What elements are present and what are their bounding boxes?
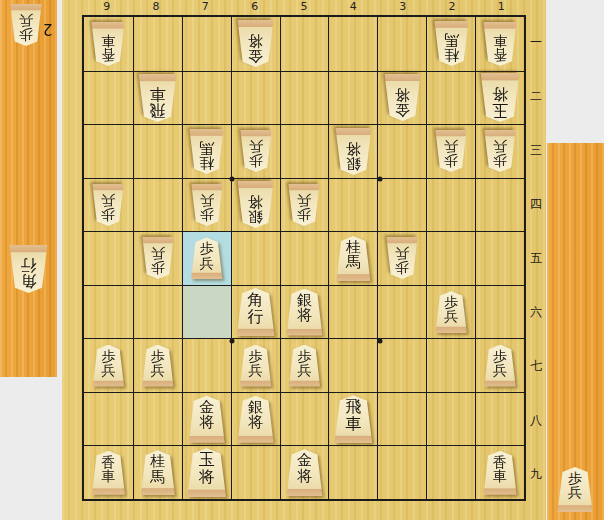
piece-kanji: 玉将 — [492, 85, 508, 118]
piece-gote-pawn-3e[interactable]: 歩兵 — [385, 237, 419, 279]
piece-face: 桂馬 — [433, 21, 470, 66]
square-6d[interactable]: 銀将 — [231, 178, 280, 232]
piece-sente-lance-9i[interactable]: 香車 — [90, 451, 126, 495]
sente-hand-pawn[interactable]: 歩兵 — [556, 467, 594, 512]
square-1c[interactable]: 歩兵 — [475, 124, 524, 178]
piece-kanji: 歩兵 — [19, 13, 33, 42]
square-4c[interactable]: 銀将 — [328, 124, 377, 178]
square-5h[interactable] — [280, 392, 329, 446]
piece-sente-bishop-6f[interactable]: 角行 — [235, 288, 276, 336]
piece-face: 香車 — [90, 451, 126, 495]
piece-kanji: 角行 — [248, 292, 264, 325]
square-3c[interactable] — [377, 124, 426, 178]
square-1a[interactable]: 香車 — [475, 17, 524, 71]
piece-face: 銀将 — [285, 289, 324, 336]
square-1b[interactable]: 玉将 — [475, 71, 524, 125]
square-3a[interactable] — [377, 17, 426, 71]
shogi-board: 987654321 一二三四五六七八九 香車金将桂馬香車飛車金将玉将桂馬歩兵銀将… — [62, 0, 546, 520]
piece-sente-pawn-2f[interactable]: 歩兵 — [434, 291, 468, 333]
piece-sente-pawn-1g[interactable]: 歩兵 — [483, 345, 517, 387]
piece-kanji: 歩兵 — [200, 193, 214, 222]
piece-face: 歩兵 — [483, 130, 517, 172]
square-7a[interactable] — [182, 17, 231, 71]
piece-kanji: 桂馬 — [199, 139, 214, 170]
square-2d[interactable] — [426, 178, 475, 232]
square-8e[interactable]: 歩兵 — [133, 231, 182, 285]
piece-face: 香車 — [90, 22, 126, 66]
square-3h[interactable] — [377, 392, 426, 446]
piece-face: 銀将 — [236, 181, 275, 228]
square-8i[interactable]: 桂馬 — [133, 445, 182, 499]
rank-label-9: 九 — [526, 447, 546, 501]
file-label-7: 7 — [181, 0, 230, 14]
piece-sente-rook-4h[interactable]: 飛車 — [333, 395, 374, 443]
piece-face: 玉将 — [479, 73, 521, 122]
piece-kanji: 香車 — [101, 33, 115, 62]
square-5d[interactable]: 歩兵 — [280, 178, 329, 232]
rank-label-2: 二 — [526, 69, 546, 123]
piece-gote-pawn-6c[interactable]: 歩兵 — [239, 130, 273, 172]
square-4e[interactable]: 桂馬 — [328, 231, 377, 285]
piece-sente-silver-6h[interactable]: 銀将 — [236, 396, 275, 443]
piece-face: 歩兵 — [91, 345, 125, 387]
square-7i[interactable]: 玉将 — [182, 445, 231, 499]
piece-sente-silver-5f[interactable]: 銀将 — [285, 289, 324, 336]
square-8h[interactable] — [133, 392, 182, 446]
piece-face: 香車 — [482, 22, 518, 66]
square-2b[interactable] — [426, 71, 475, 125]
piece-gote-pawn-5d[interactable]: 歩兵 — [287, 184, 321, 226]
square-6f[interactable]: 角行 — [231, 285, 280, 339]
piece-gote-pawn-2c[interactable]: 歩兵 — [434, 130, 468, 172]
piece-kanji: 香車 — [101, 455, 115, 484]
piece-sente-gold-5i[interactable]: 金将 — [285, 449, 324, 496]
piece-face: 香車 — [482, 451, 518, 495]
piece-kanji: 歩兵 — [151, 247, 165, 276]
star-point — [230, 339, 235, 344]
piece-sente-lance-1i[interactable]: 香車 — [482, 451, 518, 495]
piece-face: 歩兵 — [9, 4, 43, 46]
piece-gote-lance-9a[interactable]: 香車 — [90, 22, 126, 66]
rank-label-8: 八 — [526, 393, 546, 447]
square-2c[interactable]: 歩兵 — [426, 124, 475, 178]
square-7e[interactable]: 歩兵 — [182, 231, 231, 285]
square-2e[interactable] — [426, 231, 475, 285]
piece-face: 金将 — [236, 20, 275, 67]
piece-kanji: 歩兵 — [444, 140, 458, 169]
square-4a[interactable] — [328, 17, 377, 71]
square-2f[interactable]: 歩兵 — [426, 285, 475, 339]
square-6i[interactable] — [231, 445, 280, 499]
piece-face: 歩兵 — [434, 291, 468, 333]
square-9e[interactable] — [84, 231, 133, 285]
rank-label-3: 三 — [526, 123, 546, 177]
file-label-9: 9 — [82, 0, 131, 14]
square-1h[interactable] — [475, 392, 524, 446]
piece-kanji: 金将 — [297, 453, 312, 484]
piece-face: 桂馬 — [188, 129, 225, 174]
piece-face: 銀将 — [334, 128, 373, 175]
square-7b[interactable] — [182, 71, 231, 125]
square-8f[interactable] — [133, 285, 182, 339]
square-8g[interactable]: 歩兵 — [133, 338, 182, 392]
piece-face: 金将 — [187, 396, 226, 443]
piece-kanji: 歩兵 — [101, 193, 115, 222]
piece-sente-knight-8i[interactable]: 桂馬 — [139, 450, 176, 495]
piece-face: 歩兵 — [190, 237, 224, 279]
square-8c[interactable] — [133, 124, 182, 178]
piece-face: 銀将 — [236, 396, 275, 443]
piece-gote-pawn-1c[interactable]: 歩兵 — [483, 130, 517, 172]
piece-gote-silver-6d[interactable]: 銀将 — [236, 181, 275, 228]
square-2h[interactable] — [426, 392, 475, 446]
gote-hand-bishop[interactable]: 角行 — [8, 245, 49, 293]
square-5g[interactable]: 歩兵 — [280, 338, 329, 392]
piece-kanji: 飛車 — [150, 85, 166, 118]
piece-kanji: 歩兵 — [151, 349, 165, 378]
square-4h[interactable]: 飛車 — [328, 392, 377, 446]
piece-face: 桂馬 — [139, 450, 176, 495]
piece-kanji: 歩兵 — [493, 349, 507, 378]
square-4i[interactable] — [328, 445, 377, 499]
square-7h[interactable]: 金将 — [182, 392, 231, 446]
piece-kanji: 角行 — [21, 256, 37, 289]
sente-captured-stand: 歩兵 — [547, 143, 604, 520]
square-7f[interactable] — [182, 285, 231, 339]
piece-sente-gold-7h[interactable]: 金将 — [187, 396, 226, 443]
piece-face: 角行 — [8, 245, 49, 293]
file-label-1: 1 — [477, 0, 526, 14]
file-label-3: 3 — [378, 0, 427, 14]
piece-sente-pawn-7e[interactable]: 歩兵 — [190, 237, 224, 279]
piece-face: 歩兵 — [434, 130, 468, 172]
square-8d[interactable] — [133, 178, 182, 232]
square-6e[interactable] — [231, 231, 280, 285]
piece-kanji: 歩兵 — [297, 349, 311, 378]
piece-kanji: 銀将 — [248, 194, 263, 225]
piece-sente-king-7i[interactable]: 玉将 — [186, 448, 228, 497]
rank-label-7: 七 — [526, 339, 546, 393]
gote-captured-stand: 歩兵 2 角行 — [0, 0, 57, 377]
square-4b[interactable] — [328, 71, 377, 125]
square-4g[interactable] — [328, 338, 377, 392]
square-2g[interactable] — [426, 338, 475, 392]
piece-kanji: 歩兵 — [297, 193, 311, 222]
piece-gote-gold-6a[interactable]: 金将 — [236, 20, 275, 67]
piece-kanji: 歩兵 — [395, 247, 409, 276]
gote-hand-pawn[interactable]: 歩兵 — [9, 4, 43, 46]
star-point — [378, 177, 383, 182]
piece-kanji: 歩兵 — [249, 349, 263, 378]
rank-label-1: 一 — [526, 15, 546, 69]
square-9h[interactable] — [84, 392, 133, 446]
square-2i[interactable] — [426, 445, 475, 499]
piece-kanji: 香車 — [493, 33, 507, 62]
piece-face: 歩兵 — [556, 467, 594, 512]
rank-label-4: 四 — [526, 177, 546, 231]
piece-kanji: 銀将 — [346, 140, 361, 171]
square-5b[interactable] — [280, 71, 329, 125]
square-7g[interactable] — [182, 338, 231, 392]
square-7d[interactable]: 歩兵 — [182, 178, 231, 232]
square-7c[interactable]: 桂馬 — [182, 124, 231, 178]
square-3g[interactable] — [377, 338, 426, 392]
star-point — [378, 339, 383, 344]
square-9a[interactable]: 香車 — [84, 17, 133, 71]
piece-face: 金将 — [285, 449, 324, 496]
piece-gote-silver-4c[interactable]: 銀将 — [334, 128, 373, 175]
rank-labels: 一二三四五六七八九 — [526, 15, 546, 501]
piece-face: 歩兵 — [141, 345, 175, 387]
square-2a[interactable]: 桂馬 — [426, 17, 475, 71]
piece-face: 歩兵 — [385, 237, 419, 279]
square-1f[interactable] — [475, 285, 524, 339]
piece-face: 飛車 — [333, 395, 374, 443]
square-9b[interactable] — [84, 71, 133, 125]
piece-face: 歩兵 — [239, 345, 273, 387]
board-grid: 香車金将桂馬香車飛車金将玉将桂馬歩兵銀将歩兵歩兵歩兵歩兵銀将歩兵歩兵歩兵桂馬歩兵… — [82, 15, 526, 501]
piece-kanji: 歩兵 — [568, 471, 582, 500]
square-5e[interactable] — [280, 231, 329, 285]
square-9g[interactable]: 歩兵 — [84, 338, 133, 392]
piece-face: 金将 — [383, 74, 422, 121]
file-label-5: 5 — [279, 0, 328, 14]
piece-face: 角行 — [235, 288, 276, 336]
file-label-6: 6 — [230, 0, 279, 14]
square-5i[interactable]: 金将 — [280, 445, 329, 499]
square-1g[interactable]: 歩兵 — [475, 338, 524, 392]
piece-kanji: 銀将 — [297, 293, 312, 324]
square-8b[interactable]: 飛車 — [133, 71, 182, 125]
piece-sente-knight-4e[interactable]: 桂馬 — [335, 236, 372, 281]
piece-gote-pawn-7d[interactable]: 歩兵 — [190, 184, 224, 226]
piece-gote-pawn-9d[interactable]: 歩兵 — [91, 184, 125, 226]
square-1e[interactable] — [475, 231, 524, 285]
piece-kanji: 金将 — [248, 32, 263, 63]
square-5f[interactable]: 銀将 — [280, 285, 329, 339]
square-5a[interactable] — [280, 17, 329, 71]
piece-gote-knight-7c[interactable]: 桂馬 — [188, 129, 225, 174]
piece-face: 玉将 — [186, 448, 228, 497]
piece-sente-pawn-5g[interactable]: 歩兵 — [287, 345, 321, 387]
piece-face: 歩兵 — [91, 184, 125, 226]
square-6c[interactable]: 歩兵 — [231, 124, 280, 178]
star-point — [230, 177, 235, 182]
gote-hand-pawn-count: 2 — [43, 20, 53, 38]
file-labels: 987654321 — [82, 0, 526, 14]
square-9i[interactable]: 香車 — [84, 445, 133, 499]
square-5c[interactable] — [280, 124, 329, 178]
square-3b[interactable]: 金将 — [377, 71, 426, 125]
piece-kanji: 桂馬 — [346, 240, 361, 271]
piece-kanji: 桂馬 — [444, 31, 459, 62]
piece-kanji: 金将 — [395, 86, 410, 117]
piece-sente-pawn-8g[interactable]: 歩兵 — [141, 345, 175, 387]
piece-sente-pawn-9g[interactable]: 歩兵 — [91, 345, 125, 387]
piece-kanji: 桂馬 — [150, 454, 165, 485]
rank-label-5: 五 — [526, 231, 546, 285]
square-8a[interactable] — [133, 17, 182, 71]
square-3f[interactable] — [377, 285, 426, 339]
piece-kanji: 歩兵 — [444, 295, 458, 324]
piece-kanji: 歩兵 — [493, 140, 507, 169]
piece-face: 桂馬 — [335, 236, 372, 281]
file-label-8: 8 — [131, 0, 180, 14]
piece-gote-king-1b[interactable]: 玉将 — [479, 73, 521, 122]
piece-face: 歩兵 — [287, 345, 321, 387]
square-6b[interactable] — [231, 71, 280, 125]
square-3i[interactable] — [377, 445, 426, 499]
piece-face: 歩兵 — [483, 345, 517, 387]
square-3d[interactable] — [377, 178, 426, 232]
file-label-2: 2 — [427, 0, 476, 14]
piece-sente-pawn-6g[interactable]: 歩兵 — [239, 345, 273, 387]
square-4d[interactable] — [328, 178, 377, 232]
rank-label-6: 六 — [526, 285, 546, 339]
file-label-4: 4 — [329, 0, 378, 14]
piece-kanji: 玉将 — [199, 452, 215, 485]
square-6g[interactable]: 歩兵 — [231, 338, 280, 392]
piece-gote-knight-2a[interactable]: 桂馬 — [433, 21, 470, 66]
square-9d[interactable]: 歩兵 — [84, 178, 133, 232]
piece-kanji: 歩兵 — [200, 241, 214, 270]
square-9f[interactable] — [84, 285, 133, 339]
piece-face: 歩兵 — [190, 184, 224, 226]
square-4f[interactable] — [328, 285, 377, 339]
square-6a[interactable]: 金将 — [231, 17, 280, 71]
square-6h[interactable]: 銀将 — [231, 392, 280, 446]
piece-kanji: 飛車 — [345, 399, 361, 432]
piece-kanji: 香車 — [493, 455, 507, 484]
square-1i[interactable]: 香車 — [475, 445, 524, 499]
piece-gote-pawn-8e[interactable]: 歩兵 — [141, 237, 175, 279]
piece-face: 歩兵 — [287, 184, 321, 226]
square-9c[interactable] — [84, 124, 133, 178]
piece-kanji: 銀将 — [248, 400, 263, 431]
piece-gote-lance-1a[interactable]: 香車 — [482, 22, 518, 66]
square-3e[interactable]: 歩兵 — [377, 231, 426, 285]
piece-face: 歩兵 — [141, 237, 175, 279]
piece-face: 歩兵 — [239, 130, 273, 172]
piece-kanji: 金将 — [199, 400, 214, 431]
piece-gote-rook-8b[interactable]: 飛車 — [137, 74, 178, 122]
piece-face: 飛車 — [137, 74, 178, 122]
piece-gote-gold-3b[interactable]: 金将 — [383, 74, 422, 121]
piece-kanji: 歩兵 — [101, 349, 115, 378]
square-1d[interactable] — [475, 178, 524, 232]
piece-kanji: 歩兵 — [249, 140, 263, 169]
